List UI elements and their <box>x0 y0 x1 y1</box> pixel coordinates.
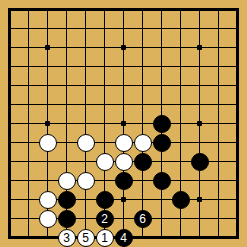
white-stone <box>39 191 57 209</box>
star-point <box>45 121 50 126</box>
white-stone <box>39 134 57 152</box>
white-stone <box>115 153 133 171</box>
move-number-label: 6 <box>139 213 146 225</box>
move-number-label: 4 <box>120 232 127 244</box>
move-number-label: 5 <box>82 232 89 244</box>
black-stone <box>153 172 171 190</box>
black-stone <box>172 191 190 209</box>
star-point <box>45 45 50 50</box>
black-stone <box>58 210 76 228</box>
white-stone <box>96 153 114 171</box>
star-point <box>121 121 126 126</box>
white-stone <box>77 134 95 152</box>
black-stone <box>191 153 209 171</box>
black-stone: 6 <box>134 210 152 228</box>
white-stone <box>134 134 152 152</box>
white-stone <box>58 172 76 190</box>
white-stone <box>115 134 133 152</box>
black-stone <box>115 172 133 190</box>
black-stone <box>58 191 76 209</box>
white-stone: 3 <box>58 229 76 247</box>
black-stone: 2 <box>96 210 114 228</box>
star-point <box>121 197 126 202</box>
black-stone: 4 <box>115 229 133 247</box>
black-stone <box>134 153 152 171</box>
white-stone <box>77 172 95 190</box>
white-stone: 5 <box>77 229 95 247</box>
grid-line-vertical <box>218 8 220 239</box>
move-number-label: 1 <box>101 232 108 244</box>
black-stone <box>153 115 171 133</box>
move-number-label: 2 <box>101 213 108 225</box>
white-stone: 1 <box>96 229 114 247</box>
star-point <box>197 197 202 202</box>
star-point <box>197 45 202 50</box>
black-stone <box>153 134 171 152</box>
star-point <box>197 121 202 126</box>
star-point <box>121 45 126 50</box>
go-board-diagram: 351264 <box>0 0 247 247</box>
white-stone <box>39 210 57 228</box>
black-stone <box>96 191 114 209</box>
grid-line-vertical <box>142 8 144 239</box>
move-number-label: 3 <box>63 232 70 244</box>
